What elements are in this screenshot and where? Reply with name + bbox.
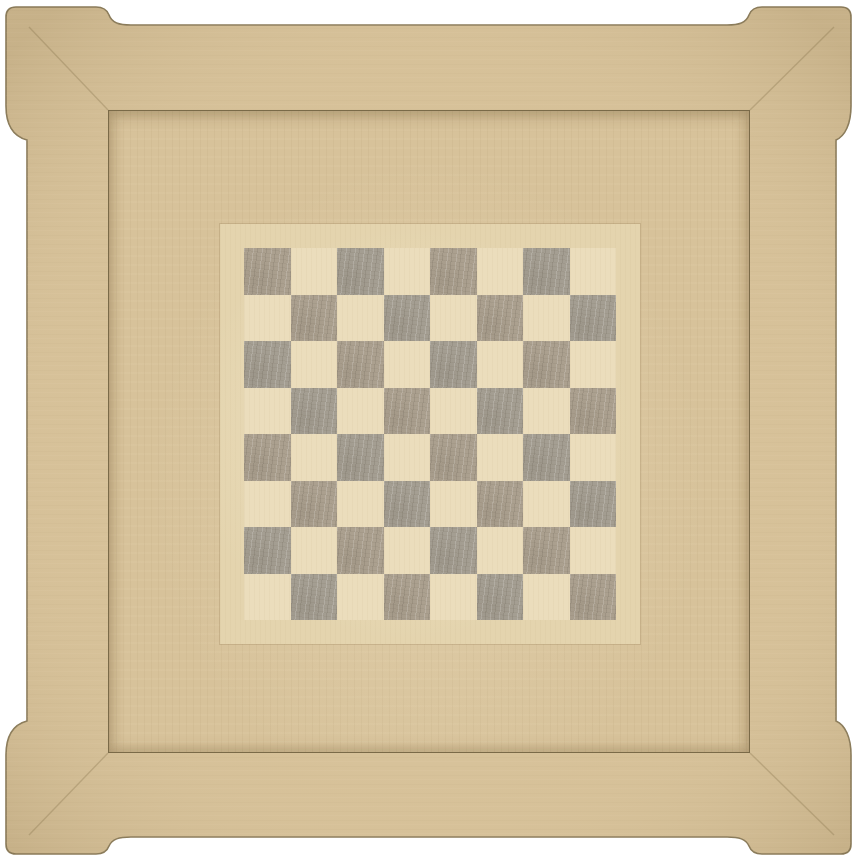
board-square-a6 [244,341,291,388]
board-square-c7 [337,295,384,342]
board-square-f2 [477,527,524,574]
checkerboard [244,248,616,620]
game-table-top-photo [0,0,857,861]
board-square-g4 [523,434,570,481]
board-square-b2 [291,527,338,574]
board-square-a2 [244,527,291,574]
board-square-e3 [430,481,477,528]
board-square-g5 [523,388,570,435]
board-square-f4 [477,434,524,481]
board-square-b6 [291,341,338,388]
board-square-c1 [337,574,384,621]
board-square-d6 [384,341,431,388]
board-square-h6 [570,341,617,388]
board-square-b8 [291,248,338,295]
board-square-a4 [244,434,291,481]
board-square-e7 [430,295,477,342]
board-inlay-field [220,224,640,644]
board-panel [108,110,750,753]
board-square-e4 [430,434,477,481]
board-square-b4 [291,434,338,481]
board-square-g1 [523,574,570,621]
board-square-a1 [244,574,291,621]
board-square-f5 [477,388,524,435]
board-square-g2 [523,527,570,574]
board-square-b1 [291,574,338,621]
board-square-h5 [570,388,617,435]
board-square-h4 [570,434,617,481]
board-square-c6 [337,341,384,388]
board-square-h8 [570,248,617,295]
board-square-e8 [430,248,477,295]
board-square-b3 [291,481,338,528]
board-square-e6 [430,341,477,388]
board-square-a8 [244,248,291,295]
board-square-g6 [523,341,570,388]
board-square-f7 [477,295,524,342]
board-square-f3 [477,481,524,528]
board-square-c8 [337,248,384,295]
board-square-d2 [384,527,431,574]
board-square-d3 [384,481,431,528]
board-square-a5 [244,388,291,435]
board-square-f8 [477,248,524,295]
board-square-d1 [384,574,431,621]
board-square-h3 [570,481,617,528]
board-square-e2 [430,527,477,574]
board-square-d4 [384,434,431,481]
board-square-b7 [291,295,338,342]
board-square-h7 [570,295,617,342]
board-square-d7 [384,295,431,342]
board-square-e1 [430,574,477,621]
board-square-b5 [291,388,338,435]
board-square-c4 [337,434,384,481]
board-square-c3 [337,481,384,528]
board-square-a7 [244,295,291,342]
board-square-a3 [244,481,291,528]
board-square-g8 [523,248,570,295]
board-square-c5 [337,388,384,435]
board-square-g3 [523,481,570,528]
board-square-h1 [570,574,617,621]
board-square-g7 [523,295,570,342]
board-square-f1 [477,574,524,621]
board-square-d8 [384,248,431,295]
board-square-h2 [570,527,617,574]
board-square-d5 [384,388,431,435]
board-square-c2 [337,527,384,574]
board-square-e5 [430,388,477,435]
board-square-f6 [477,341,524,388]
